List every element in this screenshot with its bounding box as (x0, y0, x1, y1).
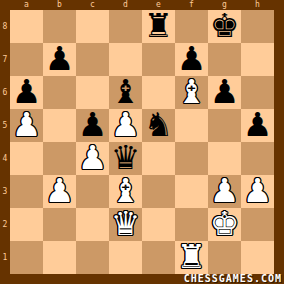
square-b5 (43, 109, 76, 142)
rank-label-4: 4 (0, 142, 10, 175)
square-e4 (142, 142, 175, 175)
square-c7 (76, 43, 109, 76)
rank-label-2: 2 (0, 208, 10, 241)
square-h3: ♟ (241, 175, 274, 208)
square-f6: ♝ (175, 76, 208, 109)
square-g6: ♟ (208, 76, 241, 109)
rank-label-3: 3 (0, 175, 10, 208)
board-frame: abcdefgh 87654321 ♜♚♟♟♟♝♝♟♟♟♟♞♟♟♛♟♝♟♟♛♚♜… (0, 0, 284, 284)
rank-label-5: 5 (0, 109, 10, 142)
rank-label-6: 6 (0, 76, 10, 109)
square-a8 (10, 10, 43, 43)
square-c4: ♟ (76, 142, 109, 175)
square-g1 (208, 241, 241, 274)
piece-white-queen: ♛ (111, 207, 141, 240)
square-h2 (241, 208, 274, 241)
square-h5: ♟ (241, 109, 274, 142)
piece-black-pawn: ♟ (45, 42, 75, 75)
square-a1 (10, 241, 43, 274)
square-b6 (43, 76, 76, 109)
square-a5: ♟ (10, 109, 43, 142)
piece-black-pawn: ♟ (210, 75, 240, 108)
piece-black-king: ♚ (210, 9, 240, 42)
piece-black-knight: ♞ (144, 108, 174, 141)
square-d1 (109, 241, 142, 274)
rank-label-1: 1 (0, 241, 10, 274)
square-g5 (208, 109, 241, 142)
square-b3: ♟ (43, 175, 76, 208)
square-f5 (175, 109, 208, 142)
square-e2 (142, 208, 175, 241)
square-b7: ♟ (43, 43, 76, 76)
square-b1 (43, 241, 76, 274)
file-label-b: b (43, 0, 76, 10)
file-label-c: c (76, 0, 109, 10)
piece-white-pawn: ♟ (111, 108, 141, 141)
piece-white-bishop: ♝ (177, 75, 207, 108)
piece-white-pawn: ♟ (243, 174, 273, 207)
square-f1: ♜ (175, 241, 208, 274)
piece-white-rook: ♜ (177, 240, 207, 273)
piece-black-rook: ♜ (144, 9, 174, 42)
square-e3 (142, 175, 175, 208)
square-d8 (109, 10, 142, 43)
piece-black-bishop: ♝ (111, 75, 141, 108)
square-d2: ♛ (109, 208, 142, 241)
piece-black-pawn: ♟ (12, 75, 42, 108)
square-g8: ♚ (208, 10, 241, 43)
square-a4 (10, 142, 43, 175)
file-label-h: h (241, 0, 274, 10)
piece-black-pawn: ♟ (177, 42, 207, 75)
square-c1 (76, 241, 109, 274)
square-e7 (142, 43, 175, 76)
rank-labels: 87654321 (0, 10, 10, 274)
square-c2 (76, 208, 109, 241)
watermark: CHESSGAMES.COM (184, 274, 282, 284)
piece-white-pawn: ♟ (78, 141, 108, 174)
piece-black-queen: ♛ (111, 141, 141, 174)
rank-label-7: 7 (0, 43, 10, 76)
square-e8: ♜ (142, 10, 175, 43)
piece-black-pawn: ♟ (243, 108, 273, 141)
square-c3 (76, 175, 109, 208)
square-h8 (241, 10, 274, 43)
square-c8 (76, 10, 109, 43)
piece-black-pawn: ♟ (78, 108, 108, 141)
chess-board: ♜♚♟♟♟♝♝♟♟♟♟♞♟♟♛♟♝♟♟♛♚♜ (10, 10, 274, 274)
piece-white-pawn: ♟ (12, 108, 42, 141)
square-f3 (175, 175, 208, 208)
file-label-f: f (175, 0, 208, 10)
square-e5: ♞ (142, 109, 175, 142)
square-a2 (10, 208, 43, 241)
square-h1 (241, 241, 274, 274)
square-e1 (142, 241, 175, 274)
square-b2 (43, 208, 76, 241)
square-f4 (175, 142, 208, 175)
rank-label-8: 8 (0, 10, 10, 43)
file-label-d: d (109, 0, 142, 10)
square-g2: ♚ (208, 208, 241, 241)
square-a3 (10, 175, 43, 208)
piece-white-pawn: ♟ (210, 174, 240, 207)
piece-white-pawn: ♟ (45, 174, 75, 207)
piece-white-king: ♚ (210, 207, 240, 240)
piece-white-bishop: ♝ (111, 174, 141, 207)
file-label-a: a (10, 0, 43, 10)
square-h7 (241, 43, 274, 76)
